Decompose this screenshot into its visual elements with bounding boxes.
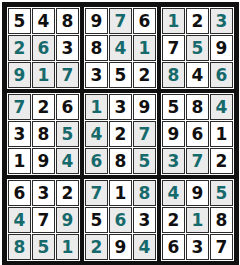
sudoku-cell-r6c2[interactable]: 9 [32, 148, 55, 174]
sudoku-cell-r5c2[interactable]: 8 [32, 121, 55, 147]
sudoku-cell-r8c3[interactable]: 9 [56, 207, 79, 233]
sudoku-cell-r7c4[interactable]: 7 [85, 180, 108, 206]
sudoku-cell-r3c5[interactable]: 5 [109, 62, 132, 88]
sudoku-cell-r8c5[interactable]: 6 [109, 207, 132, 233]
sudoku-cell-r2c3[interactable]: 3 [56, 35, 79, 61]
sudoku-cell-r6c6[interactable]: 5 [133, 148, 156, 174]
sudoku-cell-r5c8[interactable]: 6 [186, 121, 209, 147]
sudoku-cell-r3c9[interactable]: 6 [210, 62, 233, 88]
sudoku-cell-r5c3[interactable]: 5 [56, 121, 79, 147]
sudoku-cell-r6c8[interactable]: 7 [186, 148, 209, 174]
sudoku-cell-r3c4[interactable]: 3 [85, 62, 108, 88]
sudoku-cell-r1c8[interactable]: 2 [186, 8, 209, 34]
sudoku-cell-r3c7[interactable]: 8 [162, 62, 185, 88]
sudoku-cell-r2c6[interactable]: 1 [133, 35, 156, 61]
sudoku-cell-r4c2[interactable]: 2 [32, 94, 55, 120]
sudoku-cell-r2c9[interactable]: 9 [210, 35, 233, 61]
sudoku-cell-r7c9[interactable]: 5 [210, 180, 233, 206]
sudoku-cell-r9c4[interactable]: 2 [85, 234, 108, 260]
sudoku-cell-r3c1[interactable]: 9 [8, 62, 31, 88]
sudoku-box-3-2: 718563294 [82, 177, 159, 263]
sudoku-cell-r9c9[interactable]: 7 [210, 234, 233, 260]
sudoku-cell-r5c7[interactable]: 9 [162, 121, 185, 147]
sudoku-cell-r1c1[interactable]: 5 [8, 8, 31, 34]
sudoku-cell-r6c9[interactable]: 2 [210, 148, 233, 174]
sudoku-cell-r7c2[interactable]: 3 [32, 180, 55, 206]
sudoku-cell-r4c4[interactable]: 1 [85, 94, 108, 120]
sudoku-cell-r7c3[interactable]: 2 [56, 180, 79, 206]
sudoku-cell-r4c3[interactable]: 6 [56, 94, 79, 120]
sudoku-cell-r8c9[interactable]: 8 [210, 207, 233, 233]
sudoku-cell-r1c5[interactable]: 7 [109, 8, 132, 34]
sudoku-cell-r9c8[interactable]: 3 [186, 234, 209, 260]
sudoku-cell-r7c1[interactable]: 6 [8, 180, 31, 206]
sudoku-cell-r1c9[interactable]: 3 [210, 8, 233, 34]
sudoku-cell-r1c6[interactable]: 6 [133, 8, 156, 34]
sudoku-cell-r1c2[interactable]: 4 [32, 8, 55, 34]
sudoku-cell-r2c1[interactable]: 2 [8, 35, 31, 61]
sudoku-board: 5482639179768413521237598467263851941394… [2, 2, 239, 265]
sudoku-box-1-2: 976841352 [82, 5, 159, 91]
sudoku-cell-r3c6[interactable]: 2 [133, 62, 156, 88]
sudoku-cell-r6c5[interactable]: 8 [109, 148, 132, 174]
sudoku-cell-r9c3[interactable]: 1 [56, 234, 79, 260]
sudoku-cell-r5c5[interactable]: 2 [109, 121, 132, 147]
sudoku-cell-r4c1[interactable]: 7 [8, 94, 31, 120]
sudoku-cell-r5c4[interactable]: 4 [85, 121, 108, 147]
sudoku-cell-r5c9[interactable]: 1 [210, 121, 233, 147]
sudoku-cell-r1c4[interactable]: 9 [85, 8, 108, 34]
sudoku-cell-r6c7[interactable]: 3 [162, 148, 185, 174]
sudoku-cell-r4c6[interactable]: 9 [133, 94, 156, 120]
sudoku-cell-r7c8[interactable]: 9 [186, 180, 209, 206]
sudoku-cell-r2c8[interactable]: 5 [186, 35, 209, 61]
sudoku-box-1-1: 548263917 [5, 5, 82, 91]
sudoku-cell-r4c8[interactable]: 8 [186, 94, 209, 120]
sudoku-cell-r2c5[interactable]: 4 [109, 35, 132, 61]
sudoku-cell-r9c2[interactable]: 5 [32, 234, 55, 260]
sudoku-cell-r2c2[interactable]: 6 [32, 35, 55, 61]
sudoku-cell-r5c1[interactable]: 3 [8, 121, 31, 147]
sudoku-cell-r8c6[interactable]: 3 [133, 207, 156, 233]
sudoku-cell-r9c6[interactable]: 4 [133, 234, 156, 260]
sudoku-cell-r8c7[interactable]: 2 [162, 207, 185, 233]
sudoku-box-2-1: 726385194 [5, 91, 82, 177]
sudoku-cell-r3c2[interactable]: 1 [32, 62, 55, 88]
sudoku-box-2-3: 584961372 [159, 91, 236, 177]
sudoku-box-3-1: 632479851 [5, 177, 82, 263]
sudoku-cell-r1c7[interactable]: 1 [162, 8, 185, 34]
sudoku-cell-r1c3[interactable]: 8 [56, 8, 79, 34]
sudoku-cell-r2c4[interactable]: 8 [85, 35, 108, 61]
sudoku-cell-r4c7[interactable]: 5 [162, 94, 185, 120]
sudoku-cell-r2c7[interactable]: 7 [162, 35, 185, 61]
sudoku-cell-r6c3[interactable]: 4 [56, 148, 79, 174]
sudoku-cell-r4c5[interactable]: 3 [109, 94, 132, 120]
sudoku-box-2-2: 139427685 [82, 91, 159, 177]
sudoku-cell-r4c9[interactable]: 4 [210, 94, 233, 120]
sudoku-cell-r9c7[interactable]: 6 [162, 234, 185, 260]
sudoku-box-1-3: 123759846 [159, 5, 236, 91]
sudoku-cell-r5c6[interactable]: 7 [133, 121, 156, 147]
sudoku-cell-r7c6[interactable]: 8 [133, 180, 156, 206]
sudoku-cell-r6c1[interactable]: 1 [8, 148, 31, 174]
sudoku-cell-r3c8[interactable]: 4 [186, 62, 209, 88]
sudoku-cell-r8c1[interactable]: 4 [8, 207, 31, 233]
sudoku-cell-r9c5[interactable]: 9 [109, 234, 132, 260]
sudoku-cell-r8c8[interactable]: 1 [186, 207, 209, 233]
sudoku-cell-r7c5[interactable]: 1 [109, 180, 132, 206]
sudoku-cell-r7c7[interactable]: 4 [162, 180, 185, 206]
sudoku-cell-r3c3[interactable]: 7 [56, 62, 79, 88]
sudoku-box-3-3: 495218637 [159, 177, 236, 263]
sudoku-cell-r8c2[interactable]: 7 [32, 207, 55, 233]
sudoku-cell-r8c4[interactable]: 5 [85, 207, 108, 233]
sudoku-cell-r9c1[interactable]: 8 [8, 234, 31, 260]
sudoku-cell-r6c4[interactable]: 6 [85, 148, 108, 174]
